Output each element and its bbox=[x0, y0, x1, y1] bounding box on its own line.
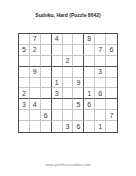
sudoku-cell-r2c2: 2 bbox=[30, 45, 41, 56]
sudoku-cell-r7c6: 5 bbox=[73, 99, 84, 110]
sudoku-cell-r3c9 bbox=[106, 56, 117, 67]
sudoku-cell-r7c4 bbox=[52, 99, 63, 110]
sudoku-cell-r6c2 bbox=[30, 88, 41, 99]
sudoku-cell-r7c1: 3 bbox=[19, 99, 30, 110]
sudoku-cell-r6c3 bbox=[41, 88, 52, 99]
sudoku-cell-r4c8: 3 bbox=[95, 67, 106, 78]
sudoku-cell-r6c8: 6 bbox=[95, 88, 106, 99]
sudoku-cell-r5c3 bbox=[41, 78, 52, 89]
sudoku-cell-r2c5 bbox=[63, 45, 74, 56]
sudoku-cell-r2c6 bbox=[73, 45, 84, 56]
sudoku-cell-r7c2: 4 bbox=[30, 99, 41, 110]
sudoku-cell-r4c7 bbox=[84, 67, 95, 78]
sudoku-cell-r9c5: 3 bbox=[63, 121, 74, 132]
sudoku-cell-r5c4: 1 bbox=[52, 78, 63, 89]
sudoku-cell-r4c1 bbox=[19, 67, 30, 78]
sudoku-cell-r6c4: 3 bbox=[52, 88, 63, 99]
sudoku-cell-r3c7 bbox=[84, 56, 95, 67]
sudoku-cell-r6c6 bbox=[73, 88, 84, 99]
sudoku-cell-r6c7: 1 bbox=[84, 88, 95, 99]
sudoku-cell-r1c1 bbox=[19, 34, 30, 45]
sudoku-cell-r7c9 bbox=[106, 99, 117, 110]
sudoku-cell-r4c6 bbox=[73, 67, 84, 78]
sudoku-cell-r5c5 bbox=[63, 78, 74, 89]
sudoku-cell-r5c6: 9 bbox=[73, 78, 84, 89]
sudoku-cell-r1c5 bbox=[63, 34, 74, 45]
sudoku-cell-r8c9: 7 bbox=[106, 110, 117, 121]
sudoku-cell-r3c5: 2 bbox=[63, 56, 74, 67]
sudoku-cell-r1c9 bbox=[106, 34, 117, 45]
sudoku-cell-r1c2: 7 bbox=[30, 34, 41, 45]
sudoku-cell-r7c3 bbox=[41, 99, 52, 110]
sudoku-cell-r5c1 bbox=[19, 78, 30, 89]
printable-sudoku-page: Sudoku, Hard (Puzzle 8642) 7485276293192… bbox=[0, 0, 136, 176]
sudoku-cell-r9c7 bbox=[84, 121, 95, 132]
sudoku-cell-r9c8: 1 bbox=[95, 121, 106, 132]
sudoku-cell-r5c8 bbox=[95, 78, 106, 89]
sudoku-cell-r8c6 bbox=[73, 110, 84, 121]
sudoku-cell-r8c8 bbox=[95, 110, 106, 121]
sudoku-cell-r1c8 bbox=[95, 34, 106, 45]
sudoku-cell-r9c3 bbox=[41, 121, 52, 132]
sudoku-cell-r5c2 bbox=[30, 78, 41, 89]
sudoku-cell-r8c1 bbox=[19, 110, 30, 121]
sudoku-cell-r8c4 bbox=[52, 110, 63, 121]
sudoku-grid: 7485276293192316345667361 bbox=[18, 33, 118, 133]
sudoku-cell-r4c9 bbox=[106, 67, 117, 78]
sudoku-cell-r9c2 bbox=[30, 121, 41, 132]
sudoku-cell-r5c7 bbox=[84, 78, 95, 89]
sudoku-cell-r2c9: 6 bbox=[106, 45, 117, 56]
sudoku-cell-r8c5 bbox=[63, 110, 74, 121]
sudoku-cell-r8c2 bbox=[30, 110, 41, 121]
sudoku-cell-r7c5 bbox=[63, 99, 74, 110]
sudoku-cell-r2c7 bbox=[84, 45, 95, 56]
sudoku-cell-r8c7 bbox=[84, 110, 95, 121]
sudoku-cell-r4c4 bbox=[52, 67, 63, 78]
sudoku-cell-r6c9 bbox=[106, 88, 117, 99]
sudoku-cell-r7c7: 6 bbox=[84, 99, 95, 110]
sudoku-cell-r3c2 bbox=[30, 56, 41, 67]
sudoku-cell-r3c6 bbox=[73, 56, 84, 67]
sudoku-cell-r3c1 bbox=[19, 56, 30, 67]
sudoku-cell-r1c3 bbox=[41, 34, 52, 45]
sudoku-cell-r2c1: 5 bbox=[19, 45, 30, 56]
sudoku-cell-r6c1: 2 bbox=[19, 88, 30, 99]
sudoku-cell-r9c9 bbox=[106, 121, 117, 132]
sudoku-cell-r5c9 bbox=[106, 78, 117, 89]
footer-url: www.printfreesudoku.com bbox=[0, 162, 136, 167]
sudoku-cell-r4c5 bbox=[63, 67, 74, 78]
sudoku-cell-r3c3 bbox=[41, 56, 52, 67]
sudoku-cell-r4c2: 9 bbox=[30, 67, 41, 78]
sudoku-cell-r6c5 bbox=[63, 88, 74, 99]
sudoku-cell-r7c8 bbox=[95, 99, 106, 110]
sudoku-cell-r2c3 bbox=[41, 45, 52, 56]
sudoku-cell-r3c4 bbox=[52, 56, 63, 67]
sudoku-cell-r1c6 bbox=[73, 34, 84, 45]
sudoku-cell-r1c4: 4 bbox=[52, 34, 63, 45]
sudoku-cell-r4c3 bbox=[41, 67, 52, 78]
sudoku-cell-r9c4 bbox=[52, 121, 63, 132]
sudoku-cell-r9c1 bbox=[19, 121, 30, 132]
sudoku-cell-r1c7: 8 bbox=[84, 34, 95, 45]
sudoku-cell-r3c8 bbox=[95, 56, 106, 67]
puzzle-title: Sudoku, Hard (Puzzle 8642) bbox=[0, 12, 136, 18]
sudoku-cell-r2c4 bbox=[52, 45, 63, 56]
sudoku-cell-r8c3: 6 bbox=[41, 110, 52, 121]
sudoku-cell-r2c8: 7 bbox=[95, 45, 106, 56]
sudoku-cell-r9c6: 6 bbox=[73, 121, 84, 132]
